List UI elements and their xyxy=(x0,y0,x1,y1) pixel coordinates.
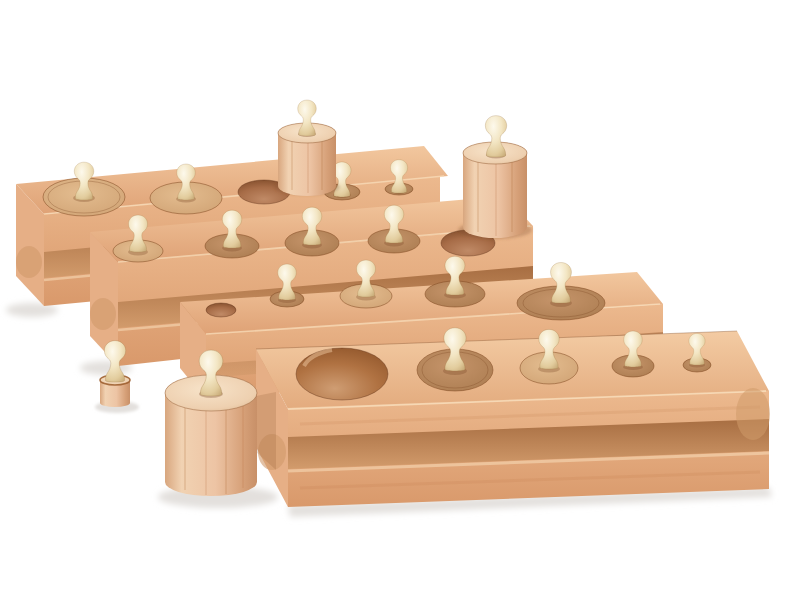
block-4-right-end-notch xyxy=(736,388,770,440)
block-4 xyxy=(256,328,770,507)
socket-b3-1-empty-hole xyxy=(206,303,236,317)
block-1-end-notch xyxy=(16,246,42,278)
knob-wide-cylinder xyxy=(485,116,506,157)
product-photo-montessori-cylinder-blocks xyxy=(0,0,790,597)
wide-cylinder xyxy=(458,116,532,239)
socket-b4-1-hole xyxy=(296,348,388,400)
tall-cylinder xyxy=(274,100,340,196)
socket-b4-1-large-empty-hole xyxy=(296,348,388,400)
knob-tall-cylinder xyxy=(298,100,317,136)
scene-canvas xyxy=(0,0,790,597)
block-2-end-notch xyxy=(90,298,116,330)
